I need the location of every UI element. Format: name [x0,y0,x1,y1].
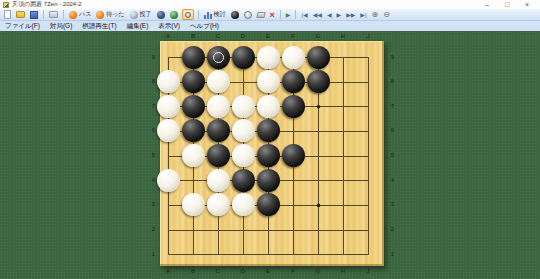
zoom-in-icon: ⊕ [372,10,379,19]
stone-black[interactable] [282,95,305,118]
open-file-button[interactable] [15,9,26,20]
stone-black[interactable] [257,119,280,142]
forward-10-button[interactable]: ▶▶ [345,9,356,20]
stone-white[interactable] [257,95,280,118]
delete-button[interactable]: × [269,9,276,20]
territory-icon [170,11,178,19]
window-controls: – □ × [477,0,537,9]
play-mode-toggle[interactable] [182,9,194,20]
menu-help[interactable]: ヘルプ(H) [185,21,224,31]
stone-white[interactable] [182,193,205,216]
stone-white[interactable] [182,144,205,167]
coordinate-label: 3 [388,201,397,208]
back-10-button[interactable]: ◀◀ [312,9,323,20]
toolbar-separator [295,10,296,19]
stone-white[interactable] [232,144,255,167]
stone-white[interactable] [232,193,255,216]
resign-label: 投了 [140,10,152,19]
prev-move-button[interactable]: ◀ [326,9,333,20]
back-10-icon: ◀◀ [313,10,322,20]
stone-white[interactable] [257,70,280,93]
white-stone-tool[interactable] [243,9,253,20]
analyze-label: 検討 [214,10,226,19]
stone-black[interactable] [257,144,280,167]
coordinate-label: G [313,33,323,40]
stone-black[interactable] [307,70,330,93]
coordinate-label: E [263,268,273,275]
stone-white[interactable] [157,70,180,93]
coordinate-label: C [213,33,223,40]
zoom-out-button[interactable]: ⊖ [382,9,391,20]
undo-move-button[interactable]: 待った [95,9,125,20]
coordinate-label: 1 [388,251,397,258]
menu-view[interactable]: 表示(V) [153,21,185,31]
pass-button[interactable]: パス [68,9,92,20]
new-game-button[interactable] [3,9,12,20]
stone-black[interactable] [207,46,230,69]
coordinate-label: 1 [149,251,158,258]
stone-black[interactable] [182,70,205,93]
white-stone-icon [244,11,252,19]
analyze-button[interactable]: 検討 [203,9,227,20]
coordinate-label: G [313,268,323,275]
close-button[interactable]: × [517,0,537,9]
minimize-button[interactable]: – [477,0,497,9]
resign-icon [130,11,138,19]
stone-black[interactable] [257,169,280,192]
stone-black[interactable] [207,144,230,167]
save-button[interactable] [29,9,39,20]
new-document-icon [4,10,11,19]
coordinate-label: H [338,268,348,275]
stone-white[interactable] [157,119,180,142]
black-stone-tool[interactable] [230,9,240,20]
zoom-out-icon: ⊖ [383,10,390,19]
pass-icon [69,11,77,19]
menu-replay[interactable]: 棋譜再生(T) [77,21,121,31]
coordinate-label: 7 [388,103,397,110]
analysis-chart-icon [204,11,212,19]
undo-label: 待った [106,10,124,19]
coordinate-label: 3 [149,201,158,208]
print-button[interactable] [48,9,59,20]
coordinate-label: 2 [149,226,158,233]
stone-white[interactable] [157,169,180,192]
zoom-in-button[interactable]: ⊕ [371,9,380,20]
coordinate-label: 8 [388,78,397,85]
printer-icon [49,11,58,18]
main-area: AABBCCDDEEFFGGHHJJ998877665544332211 [0,31,540,279]
coordinate-label: F [288,268,298,275]
play-icon: ▶ [286,10,291,20]
first-move-icon: |◀ [301,10,307,20]
coordinate-label: 4 [149,177,158,184]
delete-x-icon: × [270,10,275,20]
next-move-icon: ▶ [337,10,342,20]
stone-black[interactable] [257,193,280,216]
eraser-tool[interactable] [256,9,266,20]
stone-black[interactable] [282,144,305,167]
coordinate-label: 5 [149,152,158,159]
stone-black[interactable] [182,46,205,69]
coordinate-label: A [163,33,173,40]
stone-black[interactable] [282,70,305,93]
app-window: 天頂の囲碁 7Zen - 2024-2 – □ × パス 待った 投了 [0,0,540,279]
stone-white[interactable] [232,119,255,142]
next-move-button[interactable]: ▶ [336,9,343,20]
eraser-icon [256,12,265,18]
coordinate-label: 2 [388,226,397,233]
board-grid[interactable] [156,45,381,267]
black-stone-icon [231,11,239,19]
stone-white[interactable] [207,169,230,192]
coordinate-label: B [188,268,198,275]
open-folder-icon [16,11,25,18]
play-button[interactable]: ▶ [285,9,292,20]
count-territory-button[interactable] [169,9,179,20]
pass-label: パス [79,10,91,19]
coordinate-label: J [363,268,373,275]
coordinate-label: 6 [149,127,158,134]
forward-10-icon: ▶▶ [346,10,355,20]
app-icon [3,2,9,8]
coordinate-label: 8 [149,78,158,85]
last-move-button[interactable]: ▶| [359,9,367,20]
stone-black[interactable] [182,95,205,118]
coordinate-label: F [288,33,298,40]
undo-icon [96,11,104,19]
coordinate-label: D [238,33,248,40]
stone-tool-icon [185,12,191,18]
save-floppy-icon [30,11,38,19]
toolbar-separator [198,10,199,19]
stone-black[interactable] [232,169,255,192]
hint-button[interactable] [156,9,166,20]
first-move-button[interactable]: |◀ [300,9,308,20]
stone-black[interactable] [232,46,255,69]
toolbar: パス 待った 投了 検討 × ▶ |◀ ◀◀ ◀ ▶ ▶▶ ▶| ⊕ ⊖ [0,9,540,21]
resign-button[interactable]: 投了 [129,9,153,20]
coordinate-label: 7 [149,103,158,110]
stone-white[interactable] [207,193,230,216]
coordinate-label: 6 [388,127,397,134]
coordinate-label: D [238,268,248,275]
stone-black[interactable] [307,46,330,69]
coordinate-label: C [213,268,223,275]
coordinate-label: E [263,33,273,40]
menu-bar: ファイル(F) 対局(G) 棋譜再生(T) 編集(E) 表示(V) ヘルプ(H) [0,21,540,31]
coordinate-label: 4 [388,177,397,184]
coordinate-label: A [163,268,173,275]
stone-white[interactable] [257,46,280,69]
stone-white[interactable] [207,70,230,93]
stone-white[interactable] [207,95,230,118]
coordinate-label: B [188,33,198,40]
maximize-button[interactable]: □ [497,0,517,9]
menu-edit[interactable]: 編集(E) [122,21,154,31]
stone-black[interactable] [207,119,230,142]
stone-black[interactable] [182,119,205,142]
go-board [160,41,384,266]
window-title: 天頂の囲碁 7Zen - 2024-2 [12,0,82,9]
title-bar: 天頂の囲碁 7Zen - 2024-2 – □ × [0,0,540,9]
stone-white[interactable] [232,95,255,118]
last-move-icon: ▶| [360,10,366,20]
menu-file[interactable]: ファイル(F) [0,21,45,31]
last-move-marker [213,52,224,63]
coordinate-label: H [338,33,348,40]
hint-icon [157,11,165,19]
coordinate-label: J [363,33,373,40]
toolbar-separator [63,10,64,19]
menu-game[interactable]: 対局(G) [45,21,77,31]
toolbar-separator [43,10,44,19]
stone-white[interactable] [282,46,305,69]
coordinate-label: 5 [388,152,397,159]
prev-move-icon: ◀ [327,10,332,20]
coordinate-label: 9 [388,54,397,61]
coordinate-label: 9 [149,54,158,61]
stone-white[interactable] [157,95,180,118]
toolbar-separator [280,10,281,19]
